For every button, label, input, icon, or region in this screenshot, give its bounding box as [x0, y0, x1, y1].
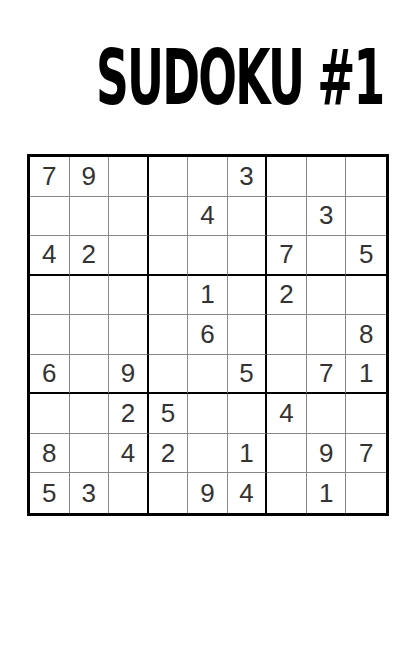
sudoku-cell-r2c7[interactable] [267, 197, 307, 237]
sudoku-cell-r6c6[interactable]: 5 [228, 355, 268, 395]
sudoku-cell-r4c9[interactable] [346, 276, 386, 316]
sudoku-cell-r3c1[interactable]: 4 [30, 236, 70, 276]
page-title: SUDOKU #1 [0, 0, 416, 114]
sudoku-cell-r3c5[interactable] [188, 236, 228, 276]
sudoku-cell-r8c2[interactable] [70, 434, 110, 474]
sudoku-cell-r2c2[interactable] [70, 197, 110, 237]
sudoku-cell-r3c3[interactable] [109, 236, 149, 276]
sudoku-cell-r5c2[interactable] [70, 315, 110, 355]
sudoku-page: SUDOKU #1 793434275126869571254842197539… [0, 0, 416, 666]
sudoku-cell-r9c1[interactable]: 5 [30, 473, 70, 513]
sudoku-cell-r2c9[interactable] [346, 197, 386, 237]
sudoku-cell-r5c6[interactable] [228, 315, 268, 355]
sudoku-cell-r5c9[interactable]: 8 [346, 315, 386, 355]
sudoku-cell-r7c5[interactable] [188, 394, 228, 434]
sudoku-cell-r2c1[interactable] [30, 197, 70, 237]
sudoku-cell-r2c4[interactable] [149, 197, 189, 237]
sudoku-cell-r1c2[interactable]: 9 [70, 157, 110, 197]
sudoku-cell-r6c4[interactable] [149, 355, 189, 395]
sudoku-cell-r6c1[interactable]: 6 [30, 355, 70, 395]
page-title-text: SUDOKU #1 [96, 42, 384, 114]
sudoku-cell-r1c8[interactable] [307, 157, 347, 197]
sudoku-cell-r3c7[interactable]: 7 [267, 236, 307, 276]
sudoku-grid: 79343427512686957125484219753941 [27, 154, 389, 516]
sudoku-cell-r7c4[interactable]: 5 [149, 394, 189, 434]
sudoku-cell-r2c8[interactable]: 3 [307, 197, 347, 237]
sudoku-cell-r4c6[interactable] [228, 276, 268, 316]
sudoku-cell-r1c7[interactable] [267, 157, 307, 197]
sudoku-cell-r4c8[interactable] [307, 276, 347, 316]
sudoku-cell-r9c7[interactable] [267, 473, 307, 513]
sudoku-cell-r8c6[interactable]: 1 [228, 434, 268, 474]
sudoku-cell-r1c3[interactable] [109, 157, 149, 197]
sudoku-cell-r4c3[interactable] [109, 276, 149, 316]
sudoku-cell-r1c6[interactable]: 3 [228, 157, 268, 197]
sudoku-cell-r5c4[interactable] [149, 315, 189, 355]
sudoku-cell-r5c8[interactable] [307, 315, 347, 355]
sudoku-cell-r4c1[interactable] [30, 276, 70, 316]
sudoku-cell-r6c5[interactable] [188, 355, 228, 395]
sudoku-cell-r9c8[interactable]: 1 [307, 473, 347, 513]
sudoku-cell-r7c7[interactable]: 4 [267, 394, 307, 434]
sudoku-cell-r6c7[interactable] [267, 355, 307, 395]
sudoku-cell-r8c5[interactable] [188, 434, 228, 474]
sudoku-cell-r8c8[interactable]: 9 [307, 434, 347, 474]
sudoku-cell-r3c9[interactable]: 5 [346, 236, 386, 276]
sudoku-cell-r6c2[interactable] [70, 355, 110, 395]
sudoku-cell-r8c1[interactable]: 8 [30, 434, 70, 474]
sudoku-cell-r4c4[interactable] [149, 276, 189, 316]
sudoku-cell-r7c8[interactable] [307, 394, 347, 434]
sudoku-cell-r2c6[interactable] [228, 197, 268, 237]
sudoku-cell-r4c2[interactable] [70, 276, 110, 316]
sudoku-cell-r9c4[interactable] [149, 473, 189, 513]
sudoku-cell-r3c4[interactable] [149, 236, 189, 276]
sudoku-cell-r5c1[interactable] [30, 315, 70, 355]
sudoku-cell-r1c5[interactable] [188, 157, 228, 197]
sudoku-cell-r4c5[interactable]: 1 [188, 276, 228, 316]
sudoku-cell-r9c6[interactable]: 4 [228, 473, 268, 513]
sudoku-cell-r7c1[interactable] [30, 394, 70, 434]
sudoku-cell-r6c9[interactable]: 1 [346, 355, 386, 395]
sudoku-cell-r5c3[interactable] [109, 315, 149, 355]
sudoku-cell-r8c7[interactable] [267, 434, 307, 474]
sudoku-cell-r3c6[interactable] [228, 236, 268, 276]
sudoku-cell-r9c5[interactable]: 9 [188, 473, 228, 513]
sudoku-cell-r8c3[interactable]: 4 [109, 434, 149, 474]
sudoku-cell-r1c1[interactable]: 7 [30, 157, 70, 197]
sudoku-cell-r7c2[interactable] [70, 394, 110, 434]
sudoku-cell-r8c4[interactable]: 2 [149, 434, 189, 474]
sudoku-cell-r2c3[interactable] [109, 197, 149, 237]
sudoku-cell-r3c8[interactable] [307, 236, 347, 276]
sudoku-cell-r2c5[interactable]: 4 [188, 197, 228, 237]
sudoku-cell-r7c3[interactable]: 2 [109, 394, 149, 434]
sudoku-cell-r9c2[interactable]: 3 [70, 473, 110, 513]
sudoku-cell-r6c3[interactable]: 9 [109, 355, 149, 395]
sudoku-cell-r5c7[interactable] [267, 315, 307, 355]
sudoku-cell-r8c9[interactable]: 7 [346, 434, 386, 474]
sudoku-cell-r3c2[interactable]: 2 [70, 236, 110, 276]
sudoku-cell-r5c5[interactable]: 6 [188, 315, 228, 355]
sudoku-cell-r9c9[interactable] [346, 473, 386, 513]
sudoku-cell-r4c7[interactable]: 2 [267, 276, 307, 316]
sudoku-cell-r1c9[interactable] [346, 157, 386, 197]
sudoku-cell-r6c8[interactable]: 7 [307, 355, 347, 395]
sudoku-cell-r7c6[interactable] [228, 394, 268, 434]
sudoku-cell-r9c3[interactable] [109, 473, 149, 513]
sudoku-cell-r7c9[interactable] [346, 394, 386, 434]
sudoku-cell-r1c4[interactable] [149, 157, 189, 197]
